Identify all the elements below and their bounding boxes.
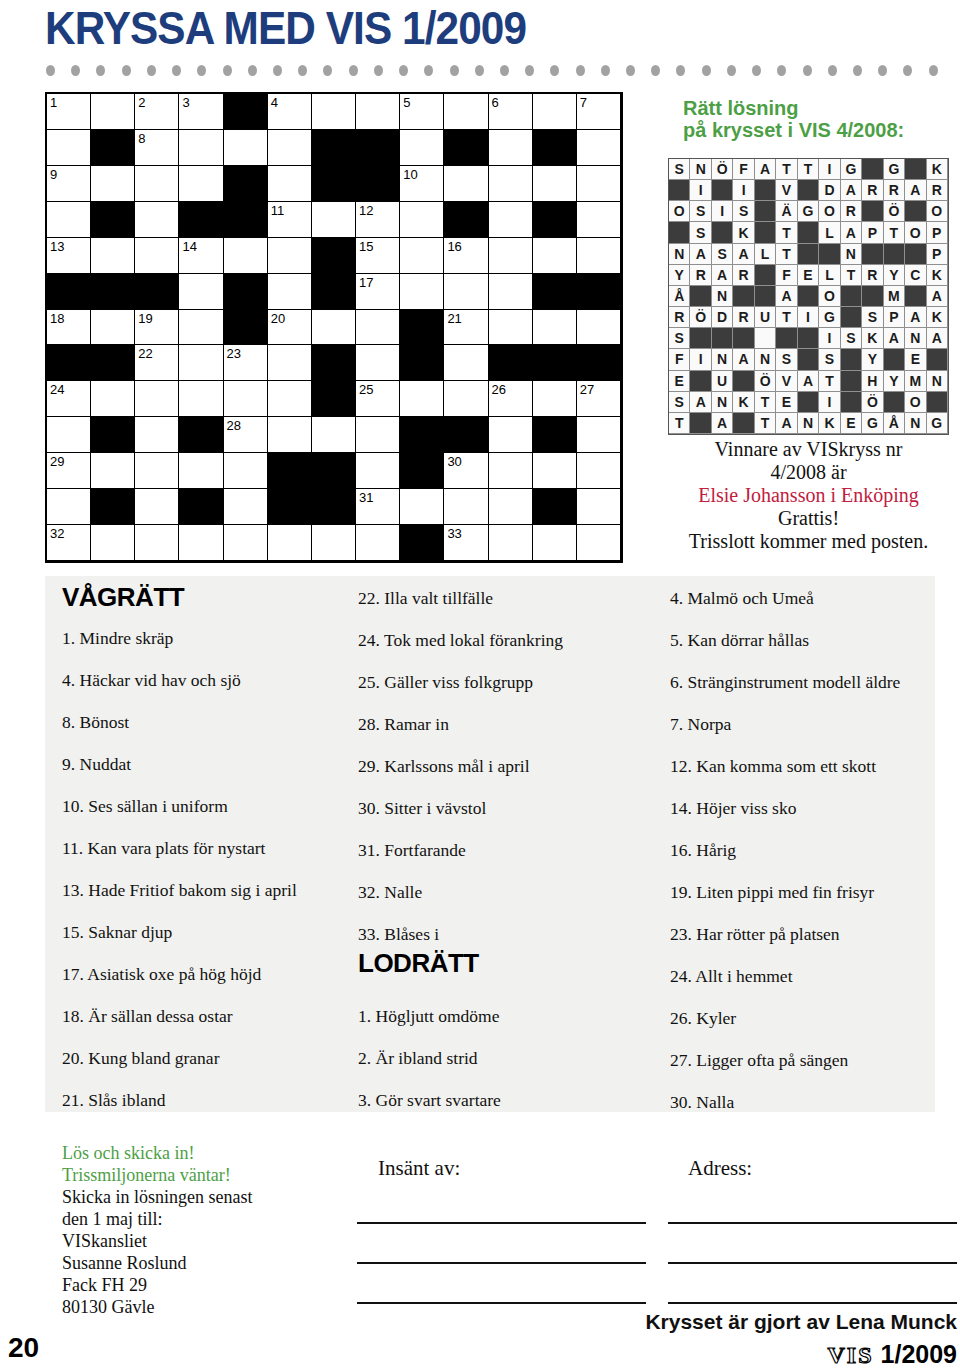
clue-item: 31. Fortfarande <box>358 840 466 861</box>
puzzle-cell[interactable] <box>312 525 356 561</box>
puzzle-cell[interactable] <box>224 525 268 561</box>
puzzle-cell[interactable]: 15 <box>356 238 400 274</box>
solution-block-cell <box>755 265 776 286</box>
clue-item: 18. Är sällan dessa ostar <box>62 1006 233 1027</box>
solution-letter-cell: Ä <box>776 201 797 222</box>
clue-number: 30 <box>447 454 461 469</box>
solution-block-cell <box>798 180 819 201</box>
puzzle-cell[interactable] <box>312 310 356 346</box>
puzzle-cell[interactable] <box>400 381 444 417</box>
puzzle-cell[interactable] <box>577 310 621 346</box>
puzzle-cell[interactable]: 12 <box>356 202 400 238</box>
puzzle-cell[interactable]: 10 <box>400 166 444 202</box>
puzzle-cell[interactable] <box>533 381 577 417</box>
solution-letter-cell: O <box>669 201 690 222</box>
solution-letter-cell: T <box>755 413 776 434</box>
puzzle-cell[interactable] <box>135 381 179 417</box>
solution-block-cell <box>905 244 926 265</box>
block-cell <box>312 130 356 166</box>
puzzle-cell[interactable] <box>577 417 621 453</box>
puzzle-cell[interactable] <box>400 202 444 238</box>
puzzle-cell[interactable]: 28 <box>224 417 268 453</box>
puzzle-cell[interactable] <box>400 274 444 310</box>
dot <box>223 65 232 76</box>
clue-number: 29 <box>50 454 64 469</box>
puzzle-cell[interactable] <box>47 130 91 166</box>
solution-block-cell <box>927 349 948 370</box>
solution-block-cell <box>755 180 776 201</box>
puzzle-cell[interactable]: 19 <box>135 310 179 346</box>
puzzle-cell[interactable] <box>444 166 488 202</box>
puzzle-cell[interactable] <box>268 274 312 310</box>
solution-block-cell <box>712 328 733 349</box>
solution-letter-cell: A <box>755 159 776 180</box>
solution-letter-cell: K <box>927 159 948 180</box>
puzzle-cell[interactable] <box>489 238 533 274</box>
puzzle-cell[interactable]: 27 <box>577 381 621 417</box>
puzzle-cell[interactable]: 11 <box>268 202 312 238</box>
solution-letter-cell: O <box>905 392 926 413</box>
puzzle-cell[interactable] <box>91 94 135 130</box>
puzzle-cell[interactable] <box>135 525 179 561</box>
block-cell <box>135 274 179 310</box>
solution-letter-cell: P <box>927 244 948 265</box>
solution-block-cell <box>862 286 883 307</box>
solution-block-cell <box>862 201 883 222</box>
puzzle-cell[interactable]: 22 <box>135 345 179 381</box>
page-number: 20 <box>8 1332 39 1364</box>
solution-letter-cell: M <box>884 286 905 307</box>
puzzle-cell[interactable] <box>91 525 135 561</box>
dot <box>96 65 105 76</box>
solution-letter-cell: N <box>669 244 690 265</box>
address-write-line[interactable] <box>668 1222 957 1224</box>
puzzle-cell[interactable] <box>268 417 312 453</box>
puzzle-cell[interactable]: 4 <box>268 94 312 130</box>
puzzle-cell[interactable] <box>400 489 444 525</box>
clue-item: 10. Ses sällan i uniform <box>62 796 228 817</box>
dot <box>929 65 938 76</box>
clue-number: 10 <box>403 167 417 182</box>
puzzle-cell[interactable] <box>489 310 533 346</box>
puzzle-cell[interactable] <box>444 489 488 525</box>
puzzle-cell[interactable]: 5 <box>400 94 444 130</box>
puzzle-cell[interactable] <box>224 453 268 489</box>
solution-letter-cell: A <box>905 180 926 201</box>
puzzle-cell[interactable]: 3 <box>179 94 223 130</box>
clue-number: 5 <box>403 95 410 110</box>
block-cell <box>224 274 268 310</box>
puzzle-cell[interactable]: 24 <box>47 381 91 417</box>
puzzle-cell[interactable] <box>179 345 223 381</box>
puzzle-cell[interactable] <box>47 417 91 453</box>
puzzle-cell[interactable] <box>268 130 312 166</box>
solution-block-cell <box>798 349 819 370</box>
dot <box>803 65 812 76</box>
solution-block-cell <box>690 413 711 434</box>
solution-letter-cell <box>755 328 776 349</box>
address-write-line[interactable] <box>668 1302 957 1304</box>
block-cell <box>356 130 400 166</box>
solution-letter-cell: E <box>798 265 819 286</box>
puzzle-cell[interactable] <box>356 94 400 130</box>
clue-item: 15. Saknar djup <box>62 922 172 943</box>
puzzle-cell[interactable]: 16 <box>444 238 488 274</box>
block-cell <box>577 345 621 381</box>
solution-block-cell <box>841 349 862 370</box>
puzzle-cell[interactable] <box>533 310 577 346</box>
puzzle-cell[interactable] <box>135 166 179 202</box>
solution-letter-cell: Ö <box>862 392 883 413</box>
clue-item: 1. Högljutt omdöme <box>358 1006 499 1027</box>
solution-block-cell <box>712 222 733 243</box>
puzzle-cell[interactable] <box>179 525 223 561</box>
winner-line1: Vinnare av VISkryss nr <box>660 438 957 461</box>
solution-letter-cell: R <box>862 180 883 201</box>
puzzle-cell[interactable] <box>135 489 179 525</box>
clue-section-heading: LODRÄTT <box>358 948 479 979</box>
solution-letter-cell: E <box>669 371 690 392</box>
block-cell <box>91 202 135 238</box>
puzzle-cell[interactable] <box>312 94 356 130</box>
block-cell <box>400 525 444 561</box>
puzzle-cell[interactable] <box>489 453 533 489</box>
puzzle-cell[interactable] <box>91 381 135 417</box>
solution-letter-cell: L <box>819 222 840 243</box>
puzzle-cell[interactable] <box>91 310 135 346</box>
clue-number: 14 <box>182 239 196 254</box>
solution-block-cell <box>905 286 926 307</box>
solution-letter-cell: A <box>841 180 862 201</box>
solution-letter-cell: T <box>798 159 819 180</box>
solution-letter-cell: R <box>669 307 690 328</box>
puzzle-cell[interactable] <box>179 166 223 202</box>
solution-letter-cell: O <box>819 201 840 222</box>
puzzle-cell[interactable]: 21 <box>444 310 488 346</box>
solution-letter-cell: C <box>905 265 926 286</box>
solution-letter-cell: A <box>690 244 711 265</box>
solution-block-cell <box>798 222 819 243</box>
puzzle-cell[interactable] <box>268 238 312 274</box>
clue-item: 1. Mindre skräp <box>62 628 173 649</box>
solution-letter-cell: Y <box>669 265 690 286</box>
solution-letter-cell: T <box>776 244 797 265</box>
submitted-by-write-line[interactable] <box>357 1262 646 1264</box>
solution-letter-cell: U <box>755 307 776 328</box>
clue-item: 17. Asiatisk oxe på hög höjd <box>62 964 261 985</box>
clue-number: 11 <box>271 203 285 218</box>
block-cell <box>47 345 91 381</box>
solution-letter-cell: N <box>841 244 862 265</box>
puzzle-cell[interactable] <box>91 166 135 202</box>
dot <box>147 65 156 76</box>
puzzle-cell[interactable]: 2 <box>135 94 179 130</box>
puzzle-cell[interactable] <box>179 381 223 417</box>
puzzle-cell[interactable] <box>268 345 312 381</box>
puzzle-cell[interactable] <box>489 166 533 202</box>
solution-block-cell <box>884 349 905 370</box>
puzzle-cell[interactable] <box>489 202 533 238</box>
dot <box>273 65 282 76</box>
solution-letter-cell: N <box>712 286 733 307</box>
send-in-line: 80130 Gävle <box>62 1296 252 1318</box>
puzzle-cell[interactable] <box>533 166 577 202</box>
puzzle-cell[interactable] <box>135 417 179 453</box>
puzzle-cell[interactable]: 13 <box>47 238 91 274</box>
puzzle-cell[interactable] <box>444 345 488 381</box>
puzzle-cell[interactable]: 8 <box>135 130 179 166</box>
solution-block-cell <box>712 180 733 201</box>
block-cell <box>533 417 577 453</box>
solution-letter-cell: K <box>927 307 948 328</box>
solution-letter-cell: Ö <box>712 159 733 180</box>
puzzle-cell[interactable] <box>533 94 577 130</box>
puzzle-cell[interactable] <box>356 417 400 453</box>
clue-number: 20 <box>271 311 285 326</box>
clue-number: 25 <box>359 382 373 397</box>
puzzle-cell[interactable] <box>91 453 135 489</box>
clue-item: 32. Nalle <box>358 882 422 903</box>
solution-block-cell <box>841 307 862 328</box>
dot <box>323 65 332 76</box>
puzzle-cell[interactable] <box>489 525 533 561</box>
solution-letter-cell: K <box>819 413 840 434</box>
solution-block-cell <box>669 222 690 243</box>
block-cell <box>312 381 356 417</box>
solution-block-cell <box>884 244 905 265</box>
dot <box>197 65 206 76</box>
solution-letter-cell: T <box>776 222 797 243</box>
solution-letter-cell: G <box>862 413 883 434</box>
puzzle-cell[interactable]: 9 <box>47 166 91 202</box>
puzzle-cell[interactable] <box>533 525 577 561</box>
solution-letter-cell: T <box>755 392 776 413</box>
solution-letter-cell: A <box>712 265 733 286</box>
solution-letter-cell: T <box>776 307 797 328</box>
dot <box>752 65 761 76</box>
winner-congrats: Grattis! <box>660 507 957 530</box>
puzzle-cell[interactable]: 25 <box>356 381 400 417</box>
puzzle-cell[interactable] <box>179 453 223 489</box>
crossword-credit: Krysset är gjort av Lena Munck <box>645 1310 957 1334</box>
solution-letter-cell: K <box>862 328 883 349</box>
puzzle-cell[interactable] <box>489 274 533 310</box>
puzzle-cell[interactable] <box>47 489 91 525</box>
solution-block-cell <box>862 159 883 180</box>
issue-number: 1/2009 <box>881 1340 957 1369</box>
submitted-by-write-line[interactable] <box>357 1302 646 1304</box>
clue-number: 12 <box>359 203 373 218</box>
solution-letter-cell: N <box>905 328 926 349</box>
puzzle-cell[interactable] <box>179 310 223 346</box>
puzzle-cell[interactable] <box>489 130 533 166</box>
solution-letter-cell: G <box>798 201 819 222</box>
clue-number: 6 <box>492 95 499 110</box>
submitted-by-write-line[interactable] <box>357 1222 646 1224</box>
solution-letter-cell: Å <box>669 286 690 307</box>
solution-letter-cell: S <box>669 392 690 413</box>
solution-letter-cell: F <box>669 349 690 370</box>
clue-number: 9 <box>50 167 57 182</box>
solution-letter-cell: R <box>733 265 754 286</box>
send-in-line: Susanne Roslund <box>62 1252 252 1274</box>
puzzle-cell[interactable] <box>135 202 179 238</box>
puzzle-cell[interactable]: 26 <box>489 381 533 417</box>
block-cell <box>400 453 444 489</box>
puzzle-cell[interactable]: 23 <box>224 345 268 381</box>
block-cell <box>224 94 268 130</box>
puzzle-cell[interactable] <box>47 202 91 238</box>
block-cell <box>91 130 135 166</box>
solution-letter-cell: T <box>884 222 905 243</box>
puzzle-cell[interactable] <box>268 381 312 417</box>
solution-letter-cell: A <box>776 286 797 307</box>
solution-letter-cell: A <box>927 286 948 307</box>
solution-block-cell <box>733 328 754 349</box>
solution-letter-cell: R <box>733 307 754 328</box>
block-cell <box>312 489 356 525</box>
puzzle-cell[interactable] <box>577 238 621 274</box>
solution-letter-cell: Å <box>884 413 905 434</box>
puzzle-cell[interactable]: 33 <box>444 525 488 561</box>
dot <box>172 65 181 76</box>
solution-block-cell <box>819 244 840 265</box>
solution-letter-cell: A <box>798 371 819 392</box>
puzzle-cell[interactable] <box>268 166 312 202</box>
clue-number: 2 <box>138 95 145 110</box>
solution-letter-cell: D <box>819 180 840 201</box>
puzzle-cell[interactable] <box>577 130 621 166</box>
clue-number: 22 <box>138 346 152 361</box>
clue-number: 33 <box>447 526 461 541</box>
solution-letter-cell: S <box>669 328 690 349</box>
solution-letter-cell: N <box>927 371 948 392</box>
solution-letter-cell: I <box>690 349 711 370</box>
magazine-page: KRYSSA MED VIS 1/2009 123456789101112131… <box>0 0 960 1372</box>
solution-letter-cell: A <box>712 413 733 434</box>
puzzle-cell[interactable] <box>444 274 488 310</box>
clue-item: 20. Kung bland granar <box>62 1048 219 1069</box>
puzzle-cell[interactable]: 20 <box>268 310 312 346</box>
clue-item: 30. Sitter i vävstol <box>358 798 486 819</box>
solution-block-cell <box>798 392 819 413</box>
puzzle-cell[interactable]: 14 <box>179 238 223 274</box>
puzzle-cell[interactable] <box>135 238 179 274</box>
clue-item: 16. Hårig <box>670 840 736 861</box>
clue-number: 8 <box>138 131 145 146</box>
clue-item: 28. Ramar in <box>358 714 449 735</box>
puzzle-cell[interactable] <box>577 166 621 202</box>
dot <box>374 65 383 76</box>
dot <box>122 65 131 76</box>
puzzle-cell[interactable] <box>577 489 621 525</box>
puzzle-cell[interactable] <box>312 202 356 238</box>
solution-letter-cell: E <box>905 349 926 370</box>
solution-heading: Rätt lösning på krysset i VIS 4/2008: <box>683 97 904 141</box>
solution-block-cell <box>690 286 711 307</box>
puzzle-cell[interactable] <box>356 525 400 561</box>
solution-letter-cell: F <box>776 265 797 286</box>
block-cell <box>444 202 488 238</box>
dot <box>626 65 635 76</box>
puzzle-cell[interactable] <box>356 310 400 346</box>
puzzle-cell[interactable]: 32 <box>47 525 91 561</box>
clue-number: 15 <box>359 239 373 254</box>
solution-letter-cell: A <box>841 222 862 243</box>
puzzle-cell[interactable] <box>224 238 268 274</box>
clue-column: VÅGRÄTT1. Mindre skräp4. Häckar vid hav … <box>62 576 362 1112</box>
puzzle-cell[interactable] <box>135 453 179 489</box>
solution-letter-cell: R <box>884 180 905 201</box>
puzzle-cell[interactable] <box>312 417 356 453</box>
puzzle-cell[interactable] <box>533 238 577 274</box>
puzzle-cell[interactable] <box>577 453 621 489</box>
puzzle-cell[interactable] <box>577 525 621 561</box>
puzzle-cell[interactable] <box>400 130 444 166</box>
block-cell <box>533 274 577 310</box>
puzzle-cell[interactable] <box>489 489 533 525</box>
puzzle-cell[interactable]: 29 <box>47 453 91 489</box>
puzzle-cell[interactable] <box>533 453 577 489</box>
puzzle-cell[interactable] <box>444 381 488 417</box>
crossword-grid: 1234567891011121314151617181920212223242… <box>45 92 623 563</box>
puzzle-cell[interactable] <box>577 202 621 238</box>
clue-item: 22. Illa valt tillfälle <box>358 588 493 609</box>
puzzle-cell[interactable] <box>356 453 400 489</box>
puzzle-cell[interactable]: 6 <box>489 94 533 130</box>
solution-letter-cell: G <box>884 159 905 180</box>
clues-panel: VÅGRÄTT1. Mindre skräp4. Häckar vid hav … <box>45 576 935 1112</box>
send-in-line: Skicka in lösningen senast <box>62 1186 252 1208</box>
puzzle-cell[interactable] <box>224 130 268 166</box>
clue-number: 19 <box>138 311 152 326</box>
puzzle-cell[interactable] <box>224 381 268 417</box>
solution-letter-cell: Y <box>862 349 883 370</box>
clue-item: 29. Karlssons mål i april <box>358 756 530 777</box>
puzzle-cell[interactable] <box>268 525 312 561</box>
puzzle-cell[interactable] <box>91 238 135 274</box>
solution-letter-cell: A <box>690 392 711 413</box>
puzzle-cell[interactable]: 7 <box>577 94 621 130</box>
puzzle-cell[interactable] <box>179 274 223 310</box>
solution-letter-cell: Ö <box>690 307 711 328</box>
address-write-line[interactable] <box>668 1262 957 1264</box>
puzzle-cell[interactable] <box>489 417 533 453</box>
puzzle-cell[interactable] <box>444 94 488 130</box>
puzzle-cell[interactable] <box>400 238 444 274</box>
dot <box>424 65 433 76</box>
clue-number: 16 <box>447 239 461 254</box>
block-cell <box>312 166 356 202</box>
solution-block-cell <box>669 180 690 201</box>
dot <box>475 65 484 76</box>
puzzle-cell[interactable]: 17 <box>356 274 400 310</box>
solution-letter-cell: A <box>733 349 754 370</box>
solution-letter-cell: H <box>862 371 883 392</box>
puzzle-cell[interactable]: 31 <box>356 489 400 525</box>
solution-letter-cell: S <box>690 201 711 222</box>
puzzle-cell[interactable]: 30 <box>444 453 488 489</box>
puzzle-cell[interactable] <box>356 345 400 381</box>
puzzle-cell[interactable] <box>179 130 223 166</box>
solution-letter-cell: P <box>927 222 948 243</box>
block-cell <box>489 345 533 381</box>
solution-letter-cell: G <box>927 413 948 434</box>
puzzle-cell[interactable]: 1 <box>47 94 91 130</box>
block-cell <box>533 130 577 166</box>
puzzle-cell[interactable] <box>224 489 268 525</box>
puzzle-cell[interactable]: 18 <box>47 310 91 346</box>
